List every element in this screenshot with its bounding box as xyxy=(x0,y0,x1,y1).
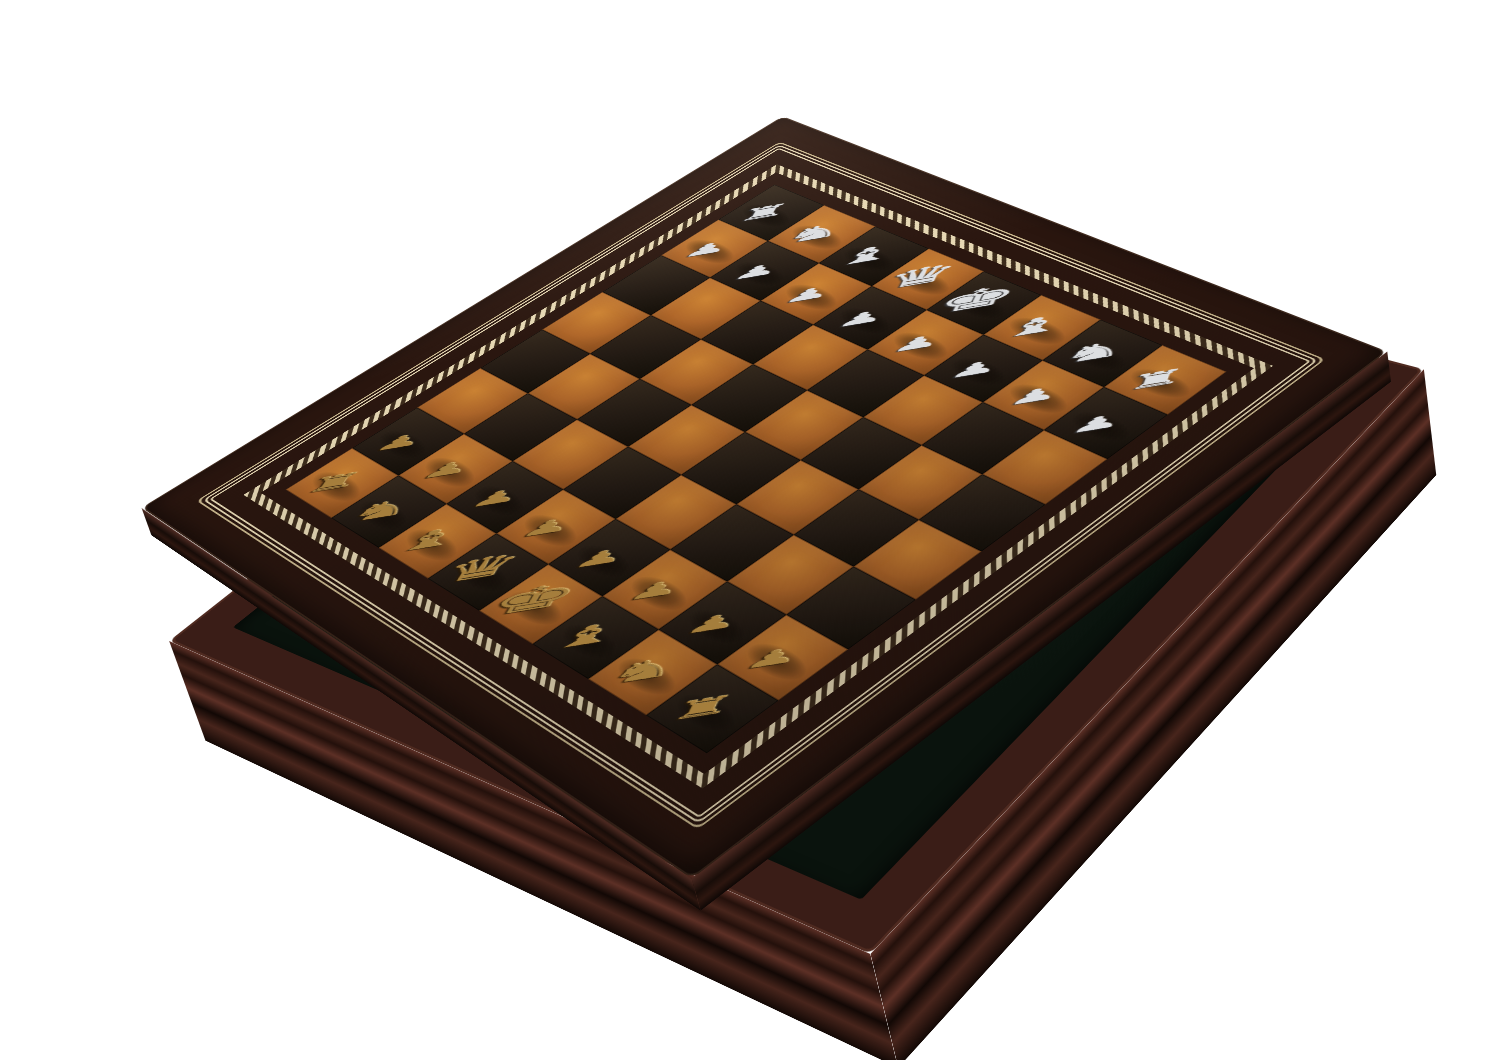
square-g8 xyxy=(588,630,717,716)
square-h6 xyxy=(786,567,915,650)
square-f4 xyxy=(801,417,922,489)
square-f5 xyxy=(736,460,858,535)
product-photo: ♜♞♝♛♚♝♞♜♟♟♟♟♟♟♟♟♟♟♟♟♟♟♟♟♜♞♝♛♚♝♞♜ xyxy=(0,0,1500,1060)
square-g5 xyxy=(794,489,919,566)
square-g4 xyxy=(859,445,983,520)
square-e8 xyxy=(479,564,602,644)
square-g3 xyxy=(922,402,1044,474)
scene: ♜♞♝♛♚♝♞♜♟♟♟♟♟♟♟♟♟♟♟♟♟♟♟♟♜♞♝♛♚♝♞♜ xyxy=(0,0,1500,1060)
square-h7 xyxy=(717,615,848,701)
square-h5 xyxy=(854,520,982,600)
square-f8 xyxy=(532,596,658,679)
square-e5 xyxy=(681,432,800,504)
square-h8 xyxy=(646,664,778,753)
square-g7 xyxy=(659,581,787,664)
chess-set: ♜♞♝♛♚♝♞♜♟♟♟♟♟♟♟♟♟♟♟♟♟♟♟♟♜♞♝♛♚♝♞♜ xyxy=(141,116,1387,879)
square-f6 xyxy=(670,504,793,581)
square-e7 xyxy=(548,519,670,596)
square-h2 xyxy=(1044,387,1168,459)
square-h4 xyxy=(919,474,1046,551)
square-e6 xyxy=(616,475,737,550)
square-g6 xyxy=(727,535,853,615)
square-h3 xyxy=(982,430,1107,505)
square-f7 xyxy=(602,550,727,630)
